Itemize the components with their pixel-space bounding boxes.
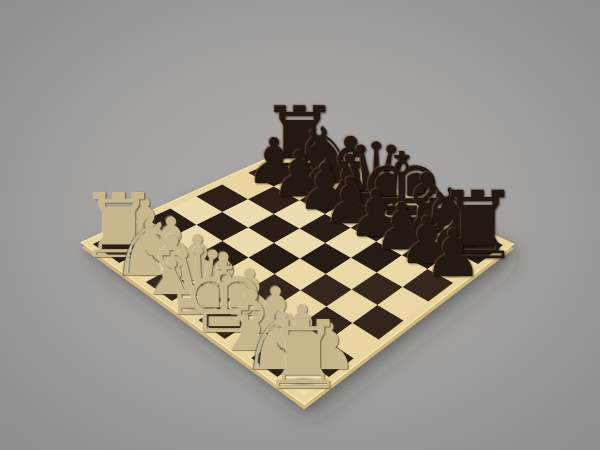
piece-white-rook-h1[interactable]: ♜ (256, 292, 350, 386)
pawn-glyph: ♟ (423, 221, 482, 287)
piece-black-pawn-h7[interactable]: ♟ (420, 210, 486, 276)
rook-glyph: ♜ (261, 308, 346, 402)
scene: ♜♞♝♛♚♝♞♜♟♟♟♟♟♟♟♟♟♟♟♟♟♟♟♟♜♞♝♛♚♝♞♜ (0, 0, 600, 450)
pieces-layer: ♜♞♝♛♚♝♞♜♟♟♟♟♟♟♟♟♟♟♟♟♟♟♟♟♜♞♝♛♚♝♞♜ (0, 0, 600, 450)
